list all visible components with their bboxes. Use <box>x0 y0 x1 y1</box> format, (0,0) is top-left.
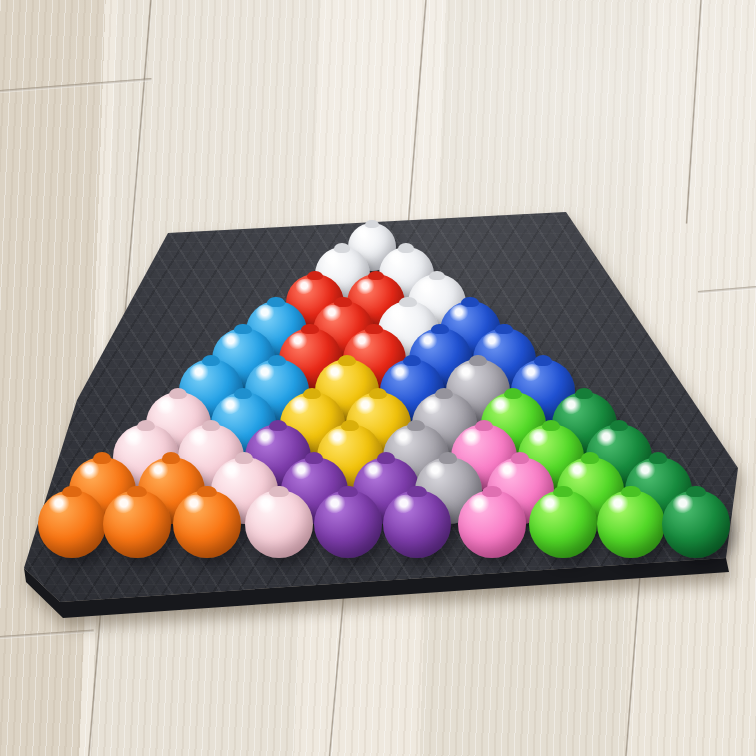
bead-r10c5-purple[interactable] <box>314 490 382 558</box>
bead-r10c6-purple[interactable] <box>383 490 451 558</box>
bead-r10c7-hotpink[interactable] <box>458 490 526 558</box>
bead-r10c1-orange[interactable] <box>38 490 106 558</box>
bead-r10c2-orange[interactable] <box>103 490 171 558</box>
bead-highlight <box>253 303 276 324</box>
bead-highlight <box>321 249 342 268</box>
bead-r10c4-lightpink[interactable] <box>245 490 313 558</box>
bead-r10c10-darkgreen[interactable] <box>662 490 730 558</box>
photo-scene <box>0 0 756 756</box>
bead-r10c8-lightgreen[interactable] <box>529 490 597 558</box>
bead-r10c9-lightgreen[interactable] <box>597 490 665 558</box>
bead-triangle <box>0 0 756 756</box>
bead-r10c3-orange[interactable] <box>173 490 241 558</box>
